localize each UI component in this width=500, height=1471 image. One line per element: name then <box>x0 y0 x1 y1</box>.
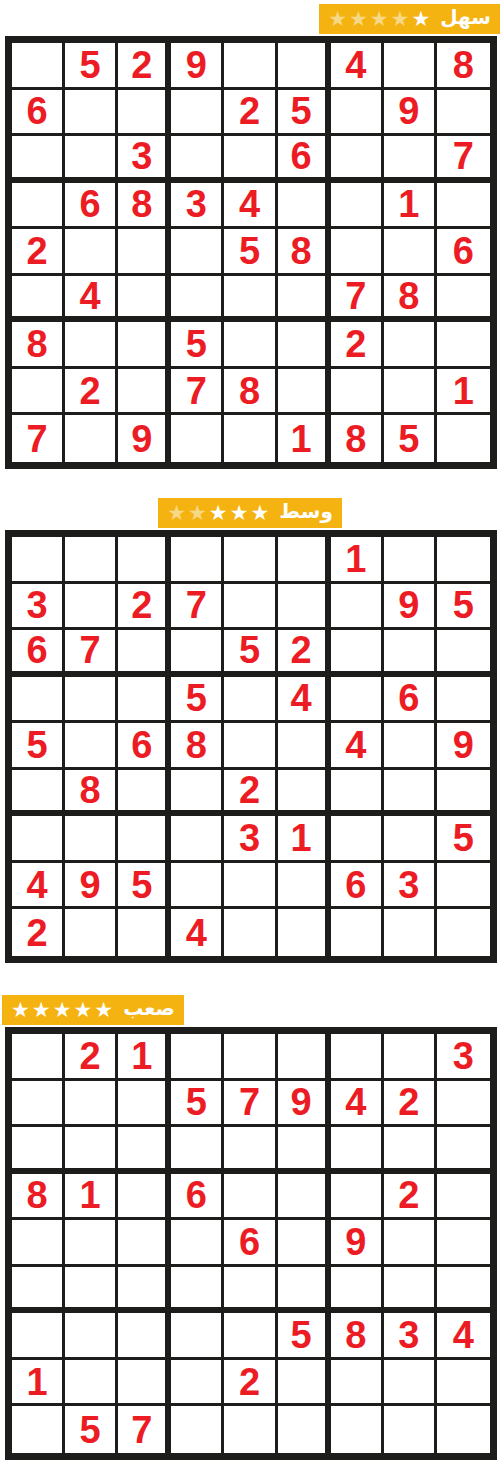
cell-r9c8[interactable] <box>384 909 437 956</box>
cell-r4c6[interactable] <box>278 183 331 230</box>
cell-r6c1[interactable] <box>12 276 65 323</box>
cell-r7c5[interactable]: 3 <box>224 816 277 863</box>
cell-r6c7[interactable] <box>331 770 384 817</box>
star-filled-icon: ★ <box>209 503 228 524</box>
cell-r5c3[interactable]: 6 <box>118 723 171 770</box>
cell-r1c5[interactable] <box>224 537 277 584</box>
cell-r2c7[interactable]: 4 <box>331 1081 384 1128</box>
cell-r4c7[interactable] <box>331 1174 384 1221</box>
star-filled-icon: ★ <box>11 1000 30 1021</box>
cell-r4c8[interactable]: 1 <box>384 183 437 230</box>
cell-r7c7[interactable]: 2 <box>331 322 384 369</box>
cell-r8c4[interactable]: 7 <box>171 369 224 416</box>
cell-r6c6[interactable] <box>278 276 331 323</box>
cell-r9c4[interactable]: 4 <box>171 909 224 956</box>
cell-r5c6[interactable]: 8 <box>278 229 331 276</box>
cell-r2c1[interactable]: 6 <box>12 90 65 137</box>
cell-r5c2[interactable] <box>65 723 118 770</box>
cell-r3c5[interactable]: 5 <box>224 630 277 677</box>
cell-r2c9[interactable]: 5 <box>437 584 490 631</box>
cell-r9c9[interactable] <box>437 909 490 956</box>
cell-r1c9[interactable]: 3 <box>437 1034 490 1081</box>
cell-r9c6[interactable] <box>278 909 331 956</box>
cell-r2c5[interactable]: 7 <box>224 1081 277 1128</box>
cell-r3c1[interactable] <box>12 136 65 183</box>
cell-r6c7[interactable] <box>331 1267 384 1314</box>
difficulty-banner-easy: ★★★★★ سهل <box>319 4 500 34</box>
cell-r5c2[interactable] <box>65 1220 118 1267</box>
star-empty-icon: ★ <box>349 9 368 30</box>
cell-r7c6[interactable] <box>278 322 331 369</box>
cell-r5c6[interactable] <box>278 1220 331 1267</box>
cell-r7c9[interactable]: 5 <box>437 816 490 863</box>
cell-r7c3[interactable] <box>118 322 171 369</box>
difficulty-label-hard: صعب <box>123 998 175 1022</box>
cell-r7c2[interactable] <box>65 816 118 863</box>
cell-r8c6[interactable] <box>278 369 331 416</box>
cell-r4c4[interactable]: 6 <box>171 1174 224 1221</box>
cell-r3c4[interactable] <box>171 630 224 677</box>
star-empty-icon: ★ <box>328 9 347 30</box>
cell-r3c3[interactable] <box>118 1127 171 1174</box>
cell-r1c1[interactable] <box>12 537 65 584</box>
banner-row-hard: ★★★★★ صعب <box>2 995 500 1025</box>
cell-r7c4[interactable] <box>171 1313 224 1360</box>
cell-r3c4[interactable] <box>171 136 224 183</box>
cell-r7c2[interactable] <box>65 322 118 369</box>
banner-row-easy: ★★★★★ سهل <box>0 4 500 34</box>
cell-r7c6[interactable]: 1 <box>278 816 331 863</box>
cell-r3c7[interactable] <box>331 136 384 183</box>
cell-r9c1[interactable]: 7 <box>12 415 65 462</box>
cell-r2c4[interactable]: 7 <box>171 584 224 631</box>
cell-r9c2[interactable] <box>65 415 118 462</box>
cell-r3c8[interactable] <box>384 136 437 183</box>
cell-r3c7[interactable] <box>331 1127 384 1174</box>
cell-r2c1[interactable]: 3 <box>12 584 65 631</box>
cell-r5c9[interactable]: 9 <box>437 723 490 770</box>
cell-r4c8[interactable]: 2 <box>384 1174 437 1221</box>
cell-r1c7[interactable]: 4 <box>331 43 384 90</box>
cell-r8c7[interactable]: 6 <box>331 863 384 910</box>
sudoku-board-easy: 529486259367683412586478852278179185 <box>5 36 497 469</box>
cell-r1c2[interactable]: 5 <box>65 43 118 90</box>
cell-r4c6[interactable] <box>278 1174 331 1221</box>
star-filled-icon: ★ <box>53 1000 72 1021</box>
cell-r6c5[interactable] <box>224 1267 277 1314</box>
cell-r3c5[interactable] <box>224 1127 277 1174</box>
cell-r9c3[interactable]: 9 <box>118 415 171 462</box>
cell-r5c7[interactable]: 9 <box>331 1220 384 1267</box>
star-filled-icon: ★ <box>411 9 430 30</box>
cell-r5c5[interactable] <box>224 723 277 770</box>
cell-r2c6[interactable]: 5 <box>278 90 331 137</box>
cell-r9c1[interactable] <box>12 1406 65 1453</box>
cell-r6c9[interactable] <box>437 1267 490 1314</box>
cell-r4c4[interactable]: 3 <box>171 183 224 230</box>
cell-r3c3[interactable] <box>118 630 171 677</box>
cell-r8c3[interactable]: 5 <box>118 863 171 910</box>
sudoku-page: ★★★★★ سهل 529486259367683412586478852278… <box>0 0 500 1471</box>
cell-r5c7[interactable]: 4 <box>331 723 384 770</box>
cell-r7c1[interactable] <box>12 816 65 863</box>
cell-r5c1[interactable]: 5 <box>12 723 65 770</box>
cell-r8c1[interactable]: 4 <box>12 863 65 910</box>
cell-r8c9[interactable]: 1 <box>437 369 490 416</box>
cell-r6c8[interactable] <box>384 770 437 817</box>
cell-r5c4[interactable] <box>171 1220 224 1267</box>
difficulty-banner-medium: ★★★★★ وسط <box>158 498 342 528</box>
cell-r8c2[interactable] <box>65 1360 118 1407</box>
cell-r7c9[interactable] <box>437 322 490 369</box>
cell-r1c9[interactable] <box>437 537 490 584</box>
cell-r9c4[interactable] <box>171 415 224 462</box>
cell-r8c1[interactable]: 1 <box>12 1360 65 1407</box>
cell-r3c2[interactable] <box>65 1127 118 1174</box>
cell-r1c3[interactable] <box>118 537 171 584</box>
cell-r1c7[interactable]: 1 <box>331 537 384 584</box>
cell-r2c8[interactable]: 9 <box>384 90 437 137</box>
cell-r8c9[interactable] <box>437 1360 490 1407</box>
star-empty-icon: ★ <box>167 503 186 524</box>
cell-r8c1[interactable] <box>12 369 65 416</box>
star-filled-icon: ★ <box>32 1000 51 1021</box>
cell-r3c6[interactable]: 2 <box>278 630 331 677</box>
cell-r2c2[interactable] <box>65 584 118 631</box>
cell-r1c6[interactable] <box>278 537 331 584</box>
cell-r6c6[interactable] <box>278 1267 331 1314</box>
cell-r6c3[interactable] <box>118 276 171 323</box>
cell-r8c6[interactable] <box>278 863 331 910</box>
cell-r1c8[interactable] <box>384 1034 437 1081</box>
cell-r8c5[interactable]: 8 <box>224 369 277 416</box>
star-empty-icon: ★ <box>370 9 389 30</box>
cell-r6c8[interactable]: 8 <box>384 276 437 323</box>
cell-r4c1[interactable] <box>12 677 65 724</box>
cell-r2c7[interactable] <box>331 584 384 631</box>
cell-r6c5[interactable] <box>224 276 277 323</box>
cell-r1c7[interactable] <box>331 1034 384 1081</box>
cell-r4c1[interactable] <box>12 183 65 230</box>
cell-r4c9[interactable] <box>437 1174 490 1221</box>
cell-r7c8[interactable] <box>384 322 437 369</box>
cell-r6c7[interactable]: 7 <box>331 276 384 323</box>
cell-r3c8[interactable] <box>384 630 437 677</box>
cell-r6c1[interactable] <box>12 1267 65 1314</box>
cell-r4c9[interactable] <box>437 183 490 230</box>
cell-r1c6[interactable] <box>278 1034 331 1081</box>
cell-r2c6[interactable] <box>278 584 331 631</box>
cell-r2c1[interactable] <box>12 1081 65 1128</box>
sudoku-board-medium: 132795675254656849823154956324 <box>5 530 497 963</box>
star-empty-icon: ★ <box>188 503 207 524</box>
cell-r9c9[interactable] <box>437 1406 490 1453</box>
cell-r8c2[interactable]: 2 <box>65 369 118 416</box>
cell-r4c4[interactable]: 5 <box>171 677 224 724</box>
cell-r6c2[interactable]: 8 <box>65 770 118 817</box>
cell-r2c3[interactable]: 2 <box>118 584 171 631</box>
cell-r5c5[interactable]: 5 <box>224 229 277 276</box>
cell-r2c7[interactable] <box>331 90 384 137</box>
star-filled-icon: ★ <box>94 1000 113 1021</box>
cell-r9c3[interactable]: 7 <box>118 1406 171 1453</box>
cell-r2c3[interactable] <box>118 1081 171 1128</box>
cell-r7c4[interactable]: 5 <box>171 322 224 369</box>
cell-r7c9[interactable]: 4 <box>437 1313 490 1360</box>
cell-r6c4[interactable] <box>171 770 224 817</box>
cell-r9c5[interactable] <box>224 1406 277 1453</box>
cell-r8c8[interactable] <box>384 1360 437 1407</box>
cell-r1c6[interactable] <box>278 43 331 90</box>
cell-r7c3[interactable] <box>118 1313 171 1360</box>
difficulty-label-easy: سهل <box>440 7 491 31</box>
cell-r1c2[interactable]: 2 <box>65 1034 118 1081</box>
difficulty-label-medium: وسط <box>279 501 333 525</box>
star-filled-icon: ★ <box>250 503 269 524</box>
cell-r9c5[interactable] <box>224 415 277 462</box>
cell-r3c2[interactable] <box>65 136 118 183</box>
cell-r6c4[interactable] <box>171 276 224 323</box>
cell-r8c3[interactable] <box>118 1360 171 1407</box>
cell-r8c8[interactable] <box>384 369 437 416</box>
cell-r6c6[interactable] <box>278 770 331 817</box>
cell-r7c2[interactable] <box>65 1313 118 1360</box>
cell-r1c3[interactable]: 1 <box>118 1034 171 1081</box>
cell-r9c8[interactable] <box>384 1406 437 1453</box>
cell-r6c5[interactable]: 2 <box>224 770 277 817</box>
cell-r8c6[interactable] <box>278 1360 331 1407</box>
cell-r3c8[interactable] <box>384 1127 437 1174</box>
cell-r9c5[interactable] <box>224 909 277 956</box>
cell-r9c4[interactable] <box>171 1406 224 1453</box>
cell-r4c1[interactable]: 8 <box>12 1174 65 1221</box>
cell-r9c7[interactable] <box>331 1406 384 1453</box>
cell-r9c9[interactable] <box>437 415 490 462</box>
cell-r5c9[interactable] <box>437 1220 490 1267</box>
cell-r4c2[interactable]: 6 <box>65 183 118 230</box>
cell-r5c5[interactable]: 6 <box>224 1220 277 1267</box>
cell-r6c9[interactable] <box>437 770 490 817</box>
cell-r4c5[interactable] <box>224 1174 277 1221</box>
cell-r6c1[interactable] <box>12 770 65 817</box>
cell-r3c5[interactable] <box>224 136 277 183</box>
cell-r5c9[interactable]: 6 <box>437 229 490 276</box>
cell-r7c7[interactable] <box>331 816 384 863</box>
cell-r4c5[interactable] <box>224 677 277 724</box>
difficulty-stars-medium: ★★★★★ <box>167 503 269 524</box>
star-filled-icon: ★ <box>73 1000 92 1021</box>
cell-r2c3[interactable] <box>118 90 171 137</box>
cell-r5c8[interactable] <box>384 723 437 770</box>
cell-r8c9[interactable] <box>437 863 490 910</box>
cell-r1c9[interactable]: 8 <box>437 43 490 90</box>
difficulty-banner-hard: ★★★★★ صعب <box>2 995 184 1025</box>
cell-r8c4[interactable] <box>171 863 224 910</box>
cell-r7c1[interactable]: 8 <box>12 322 65 369</box>
cell-r1c5[interactable] <box>224 43 277 90</box>
cell-r4c3[interactable] <box>118 677 171 724</box>
cell-r4c3[interactable] <box>118 1174 171 1221</box>
cell-r7c6[interactable]: 5 <box>278 1313 331 1360</box>
cell-r3c6[interactable]: 6 <box>278 136 331 183</box>
cell-r5c8[interactable] <box>384 1220 437 1267</box>
cell-r2c9[interactable] <box>437 90 490 137</box>
cell-r9c8[interactable]: 5 <box>384 415 437 462</box>
cell-r1c2[interactable] <box>65 537 118 584</box>
cell-r2c8[interactable]: 9 <box>384 584 437 631</box>
cell-r4c7[interactable] <box>331 677 384 724</box>
cell-r1c3[interactable]: 2 <box>118 43 171 90</box>
cell-r5c3[interactable] <box>118 1220 171 1267</box>
cell-r5c1[interactable]: 2 <box>12 229 65 276</box>
cell-r1c8[interactable] <box>384 537 437 584</box>
cell-r3c6[interactable] <box>278 1127 331 1174</box>
cell-r3c7[interactable] <box>331 630 384 677</box>
cell-r5c6[interactable] <box>278 723 331 770</box>
cell-r4c8[interactable]: 6 <box>384 677 437 724</box>
cell-r5c1[interactable] <box>12 1220 65 1267</box>
cell-r3c1[interactable]: 6 <box>12 630 65 677</box>
cell-r3c3[interactable]: 3 <box>118 136 171 183</box>
cell-r8c3[interactable] <box>118 369 171 416</box>
cell-r9c1[interactable]: 2 <box>12 909 65 956</box>
difficulty-stars-hard: ★★★★★ <box>11 1000 113 1021</box>
cell-r1c8[interactable] <box>384 43 437 90</box>
cell-r7c5[interactable] <box>224 322 277 369</box>
cell-r8c7[interactable] <box>331 1360 384 1407</box>
cell-r2c5[interactable] <box>224 584 277 631</box>
cell-r2c6[interactable]: 9 <box>278 1081 331 1128</box>
cell-r4c2[interactable] <box>65 677 118 724</box>
cell-r8c4[interactable] <box>171 1360 224 1407</box>
cell-r9c6[interactable] <box>278 1406 331 1453</box>
cell-r9c7[interactable] <box>331 909 384 956</box>
cell-r5c2[interactable] <box>65 229 118 276</box>
cell-r2c4[interactable]: 5 <box>171 1081 224 1128</box>
cell-r6c3[interactable] <box>118 770 171 817</box>
puzzle-section-medium: ★★★★★ وسط 132795675254656849823154956324 <box>0 498 500 963</box>
sudoku-board-hard: 2135794281626958341257 <box>5 1027 497 1460</box>
cell-r6c2[interactable] <box>65 1267 118 1314</box>
difficulty-stars-easy: ★★★★★ <box>328 9 430 30</box>
cell-r3c9[interactable] <box>437 630 490 677</box>
cell-r1c5[interactable] <box>224 1034 277 1081</box>
cell-r8c7[interactable] <box>331 369 384 416</box>
cell-r3c4[interactable] <box>171 1127 224 1174</box>
cell-r5c4[interactable]: 8 <box>171 723 224 770</box>
cell-r3c2[interactable]: 7 <box>65 630 118 677</box>
cell-r9c6[interactable]: 1 <box>278 415 331 462</box>
cell-r4c7[interactable] <box>331 183 384 230</box>
cell-r7c5[interactable] <box>224 1313 277 1360</box>
cell-r7c7[interactable]: 8 <box>331 1313 384 1360</box>
cell-r2c5[interactable]: 2 <box>224 90 277 137</box>
cell-r4c6[interactable]: 4 <box>278 677 331 724</box>
cell-r5c4[interactable] <box>171 229 224 276</box>
cell-r6c8[interactable] <box>384 1267 437 1314</box>
cell-r8c5[interactable]: 2 <box>224 1360 277 1407</box>
cell-r4c5[interactable]: 4 <box>224 183 277 230</box>
cell-r2c2[interactable] <box>65 90 118 137</box>
cell-r6c2[interactable]: 4 <box>65 276 118 323</box>
cell-r2c9[interactable] <box>437 1081 490 1128</box>
cell-r6c3[interactable] <box>118 1267 171 1314</box>
puzzle-section-easy: ★★★★★ سهل 529486259367683412586478852278… <box>0 4 500 469</box>
cell-r1c4[interactable]: 9 <box>171 43 224 90</box>
cell-r7c8[interactable] <box>384 816 437 863</box>
cell-r7c8[interactable]: 3 <box>384 1313 437 1360</box>
cell-r8c8[interactable]: 3 <box>384 863 437 910</box>
cell-r8c2[interactable]: 9 <box>65 863 118 910</box>
cell-r4c9[interactable] <box>437 677 490 724</box>
cell-r2c4[interactable] <box>171 90 224 137</box>
cell-r5c7[interactable] <box>331 229 384 276</box>
cell-r3c1[interactable] <box>12 1127 65 1174</box>
cell-r7c3[interactable] <box>118 816 171 863</box>
cell-r9c2[interactable]: 5 <box>65 1406 118 1453</box>
cell-r3c9[interactable]: 7 <box>437 136 490 183</box>
cell-r6c4[interactable] <box>171 1267 224 1314</box>
cell-r7c1[interactable] <box>12 1313 65 1360</box>
cell-r2c8[interactable]: 2 <box>384 1081 437 1128</box>
cell-r9c3[interactable] <box>118 909 171 956</box>
cell-r5c3[interactable] <box>118 229 171 276</box>
cell-r4c3[interactable]: 8 <box>118 183 171 230</box>
cell-r7c4[interactable] <box>171 816 224 863</box>
cell-r1c4[interactable] <box>171 537 224 584</box>
cell-r6c9[interactable] <box>437 276 490 323</box>
cell-r1c1[interactable] <box>12 43 65 90</box>
cell-r2c2[interactable] <box>65 1081 118 1128</box>
cell-r3c9[interactable] <box>437 1127 490 1174</box>
cell-r9c7[interactable]: 8 <box>331 415 384 462</box>
star-empty-icon: ★ <box>391 9 410 30</box>
banner-row-medium: ★★★★★ وسط <box>0 498 500 528</box>
cell-r5c8[interactable] <box>384 229 437 276</box>
cell-r4c2[interactable]: 1 <box>65 1174 118 1221</box>
cell-r8c5[interactable] <box>224 863 277 910</box>
cell-r1c4[interactable] <box>171 1034 224 1081</box>
cell-r1c1[interactable] <box>12 1034 65 1081</box>
puzzle-section-hard: ★★★★★ صعب 2135794281626958341257 <box>0 995 500 1460</box>
star-filled-icon: ★ <box>230 503 249 524</box>
cell-r9c2[interactable] <box>65 909 118 956</box>
